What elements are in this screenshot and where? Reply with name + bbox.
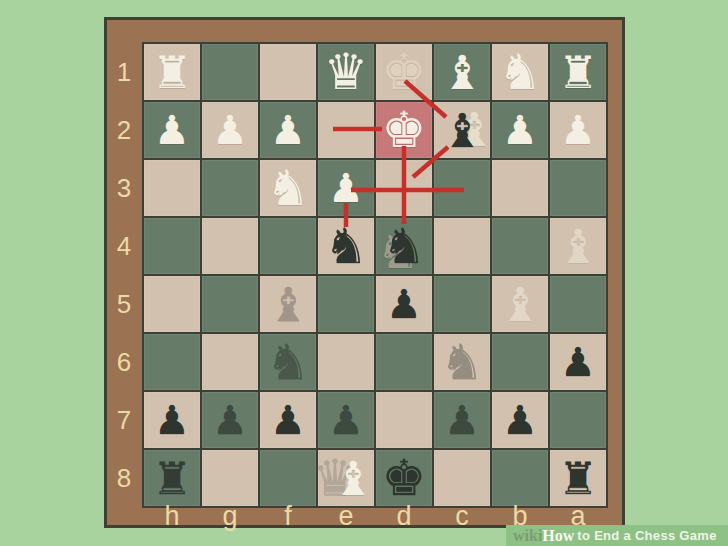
file-label-c: c <box>455 501 469 532</box>
piece-black-pawn-h7: ♟ <box>144 392 200 448</box>
square-b5: ♝ <box>492 276 548 332</box>
square-c1: ♝ <box>434 44 490 100</box>
screenshot-root: ♜♛♚♝♞♜♟♟♟♚♝♝♟♟♞♟♞♞♞♝♝♟♝♞♞♟♟♟♟♟♟♟♜♛♝♚♜ 12… <box>0 0 728 546</box>
square-g8 <box>202 450 258 506</box>
rank-label-5: 5 <box>117 289 131 320</box>
square-c5 <box>434 276 490 332</box>
piece-white-pawn-a2: ♟ <box>550 102 606 158</box>
piece-ghost-white-knight-c6: ♞ <box>434 334 490 390</box>
square-g1 <box>202 44 258 100</box>
watermark-wiki: wiki <box>513 527 542 545</box>
square-e1: ♛ <box>318 44 374 100</box>
rank-label-2: 2 <box>117 115 131 146</box>
square-f1 <box>260 44 316 100</box>
square-d4: ♞♞ <box>376 218 432 274</box>
square-b2: ♟ <box>492 102 548 158</box>
square-g3 <box>202 160 258 216</box>
square-g5 <box>202 276 258 332</box>
piece-black-rook-a8: ♜ <box>550 450 606 506</box>
piece-black-pawn-d5: ♟ <box>376 276 432 332</box>
rank-label-8: 8 <box>117 463 131 494</box>
piece-black-pawn-a6: ♟ <box>550 334 606 390</box>
square-h5 <box>144 276 200 332</box>
piece-black-knight-e4: ♞ <box>318 218 374 274</box>
square-f3: ♞ <box>260 160 316 216</box>
square-g7: ♟ <box>202 392 258 448</box>
rank-label-3: 3 <box>117 173 131 204</box>
rank-label-4: 4 <box>117 231 131 262</box>
piece-black-bishop-c2: ♝ <box>434 102 490 158</box>
piece-black-rook-h8: ♜ <box>144 450 200 506</box>
square-a2: ♟ <box>550 102 606 158</box>
piece-black-king-d8: ♚ <box>376 450 432 506</box>
board-squares: ♜♛♚♝♞♜♟♟♟♚♝♝♟♟♞♟♞♞♞♝♝♟♝♞♞♟♟♟♟♟♟♟♜♛♝♚♜ <box>144 44 606 506</box>
square-c4 <box>434 218 490 274</box>
square-d5: ♟ <box>376 276 432 332</box>
file-label-f: f <box>284 501 292 532</box>
rank-label-7: 7 <box>117 405 131 436</box>
square-h8: ♜ <box>144 450 200 506</box>
piece-white-knight-b1: ♞ <box>492 44 548 100</box>
file-label-g: g <box>222 501 237 532</box>
square-e6 <box>318 334 374 390</box>
piece-white-king-d2: ♚ <box>376 102 432 158</box>
square-h4 <box>144 218 200 274</box>
rank-label-6: 6 <box>117 347 131 378</box>
square-e8: ♛♝ <box>318 450 374 506</box>
square-b8 <box>492 450 548 506</box>
square-b6 <box>492 334 548 390</box>
square-d6 <box>376 334 432 390</box>
square-f7: ♟ <box>260 392 316 448</box>
square-h1: ♜ <box>144 44 200 100</box>
piece-white-rook-h1: ♜ <box>144 44 200 100</box>
piece-black-pawn-b7: ♟ <box>492 392 548 448</box>
square-h3 <box>144 160 200 216</box>
square-a4: ♝ <box>550 218 606 274</box>
square-e4: ♞ <box>318 218 374 274</box>
piece-black-pawn-c7: ♟ <box>434 392 490 448</box>
watermark-title: to End a Chess Game <box>577 528 716 543</box>
square-h6 <box>144 334 200 390</box>
watermark-how: How <box>542 527 574 545</box>
square-h2: ♟ <box>144 102 200 158</box>
square-b3 <box>492 160 548 216</box>
square-f4 <box>260 218 316 274</box>
square-b1: ♞ <box>492 44 548 100</box>
square-a6: ♟ <box>550 334 606 390</box>
piece-white-bishop-c1: ♝ <box>434 44 490 100</box>
square-f5: ♝ <box>260 276 316 332</box>
file-label-d: d <box>396 501 411 532</box>
piece-white-pawn-f2: ♟ <box>260 102 316 158</box>
piece-ghost-white-bishop-f5: ♝ <box>260 276 316 332</box>
square-e2 <box>318 102 374 158</box>
square-e3: ♟ <box>318 160 374 216</box>
square-d7 <box>376 392 432 448</box>
square-a1: ♜ <box>550 44 606 100</box>
square-d8: ♚ <box>376 450 432 506</box>
square-c7: ♟ <box>434 392 490 448</box>
piece-white-pawn-g2: ♟ <box>202 102 258 158</box>
square-a3 <box>550 160 606 216</box>
square-c3 <box>434 160 490 216</box>
square-e5 <box>318 276 374 332</box>
square-h7: ♟ <box>144 392 200 448</box>
square-g4 <box>202 218 258 274</box>
wikihow-watermark: wikiHow to End a Chess Game <box>506 525 728 546</box>
file-label-e: e <box>338 501 353 532</box>
piece-white-rook-a1: ♜ <box>550 44 606 100</box>
piece-white-pawn-b2: ♟ <box>492 102 548 158</box>
square-b4 <box>492 218 548 274</box>
square-c8 <box>434 450 490 506</box>
piece-ghost-black-knight-f6: ♞ <box>260 334 316 390</box>
square-a7 <box>550 392 606 448</box>
square-d1: ♚ <box>376 44 432 100</box>
file-label-h: h <box>164 501 179 532</box>
piece-white-pawn-h2: ♟ <box>144 102 200 158</box>
square-g2: ♟ <box>202 102 258 158</box>
piece-ghost-white-bishop-a4: ♝ <box>550 218 606 274</box>
piece-white-bishop-e8: ♝ <box>325 450 381 506</box>
piece-white-pawn-e3: ♟ <box>318 160 374 216</box>
square-d3 <box>376 160 432 216</box>
square-g6 <box>202 334 258 390</box>
square-a5 <box>550 276 606 332</box>
square-e7: ♟ <box>318 392 374 448</box>
piece-ghost-white-bishop-b5: ♝ <box>492 276 548 332</box>
piece-black-pawn-f7: ♟ <box>260 392 316 448</box>
square-f2: ♟ <box>260 102 316 158</box>
piece-white-knight-f3: ♞ <box>260 160 316 216</box>
rank-label-1: 1 <box>117 57 131 88</box>
square-a8: ♜ <box>550 450 606 506</box>
piece-black-knight-d4: ♞ <box>376 218 432 274</box>
square-b7: ♟ <box>492 392 548 448</box>
square-c2: ♝♝ <box>434 102 490 158</box>
piece-white-queen-e1: ♛ <box>318 44 374 100</box>
piece-black-pawn-e7: ♟ <box>318 392 374 448</box>
piece-black-pawn-g7: ♟ <box>202 392 258 448</box>
square-c6: ♞ <box>434 334 490 390</box>
square-f6: ♞ <box>260 334 316 390</box>
square-d2: ♚ <box>376 102 432 158</box>
piece-ghost-white-king-d1: ♚ <box>376 44 432 100</box>
chess-board: ♜♛♚♝♞♜♟♟♟♚♝♝♟♟♞♟♞♞♞♝♝♟♝♞♞♟♟♟♟♟♟♟♜♛♝♚♜ <box>104 17 625 528</box>
